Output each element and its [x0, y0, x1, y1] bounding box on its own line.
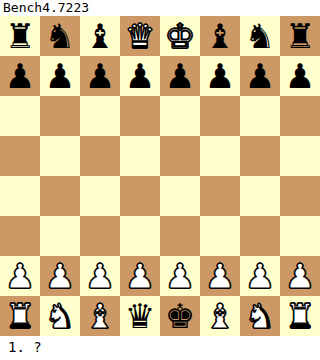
square-h8[interactable]: ♜ — [280, 16, 320, 56]
square-h3[interactable] — [280, 216, 320, 256]
square-b7[interactable]: ♟ — [40, 56, 80, 96]
square-d2[interactable]: ♟ — [120, 256, 160, 296]
piece-black-knight: ♞ — [40, 16, 80, 56]
piece-black-knight: ♞ — [240, 16, 280, 56]
piece-black-pawn: ♟ — [40, 56, 80, 96]
square-e1[interactable]: ♚ — [160, 296, 200, 336]
square-d7[interactable]: ♟ — [120, 56, 160, 96]
piece-white-knight: ♞ — [40, 296, 80, 336]
square-f4[interactable] — [200, 176, 240, 216]
square-c8[interactable]: ♝ — [80, 16, 120, 56]
square-e2[interactable]: ♟ — [160, 256, 200, 296]
square-d6[interactable] — [120, 96, 160, 136]
piece-black-bishop: ♝ — [80, 16, 120, 56]
square-f5[interactable] — [200, 136, 240, 176]
square-f3[interactable] — [200, 216, 240, 256]
square-c5[interactable] — [80, 136, 120, 176]
square-a6[interactable] — [0, 96, 40, 136]
square-d1[interactable]: ♛ — [120, 296, 160, 336]
piece-white-bishop: ♝ — [200, 296, 240, 336]
piece-white-rook: ♜ — [0, 296, 40, 336]
square-a2[interactable]: ♟ — [0, 256, 40, 296]
piece-black-rook: ♜ — [280, 16, 320, 56]
square-e6[interactable] — [160, 96, 200, 136]
square-h1[interactable]: ♜ — [280, 296, 320, 336]
square-g3[interactable] — [240, 216, 280, 256]
square-a1[interactable]: ♜ — [0, 296, 40, 336]
square-a8[interactable]: ♜ — [0, 16, 40, 56]
square-a4[interactable] — [0, 176, 40, 216]
piece-white-rook: ♜ — [280, 296, 320, 336]
square-g7[interactable]: ♟ — [240, 56, 280, 96]
chess-app-window: Bench4.7223 ♜♞♝♛♚♝♞♜♟♟♟♟♟♟♟♟♟♟♟♟♟♟♟♟♜♞♝♛… — [0, 0, 320, 360]
piece-black-king: ♚ — [160, 296, 200, 336]
square-c2[interactable]: ♟ — [80, 256, 120, 296]
piece-black-rook: ♜ — [0, 16, 40, 56]
square-e4[interactable] — [160, 176, 200, 216]
piece-black-pawn: ♟ — [240, 56, 280, 96]
piece-black-pawn: ♟ — [200, 56, 240, 96]
square-h4[interactable] — [280, 176, 320, 216]
square-d8[interactable]: ♛ — [120, 16, 160, 56]
square-b3[interactable] — [40, 216, 80, 256]
square-e3[interactable] — [160, 216, 200, 256]
piece-white-knight: ♞ — [240, 296, 280, 336]
piece-black-bishop: ♝ — [200, 16, 240, 56]
square-h2[interactable]: ♟ — [280, 256, 320, 296]
square-g6[interactable] — [240, 96, 280, 136]
square-d5[interactable] — [120, 136, 160, 176]
square-c7[interactable]: ♟ — [80, 56, 120, 96]
move-prompt: 1. ? — [0, 336, 320, 360]
square-a3[interactable] — [0, 216, 40, 256]
square-c4[interactable] — [80, 176, 120, 216]
piece-white-pawn: ♟ — [0, 256, 40, 296]
square-b6[interactable] — [40, 96, 80, 136]
piece-white-pawn: ♟ — [120, 256, 160, 296]
piece-black-pawn: ♟ — [0, 56, 40, 96]
window-title: Bench4.7223 — [0, 0, 320, 16]
square-b8[interactable]: ♞ — [40, 16, 80, 56]
piece-white-queen: ♛ — [120, 16, 160, 56]
square-f8[interactable]: ♝ — [200, 16, 240, 56]
piece-white-pawn: ♟ — [80, 256, 120, 296]
square-h7[interactable]: ♟ — [280, 56, 320, 96]
piece-black-queen: ♛ — [120, 296, 160, 336]
piece-white-pawn: ♟ — [280, 256, 320, 296]
piece-black-pawn: ♟ — [80, 56, 120, 96]
square-e7[interactable]: ♟ — [160, 56, 200, 96]
square-h5[interactable] — [280, 136, 320, 176]
square-e8[interactable]: ♚ — [160, 16, 200, 56]
square-c3[interactable] — [80, 216, 120, 256]
square-h6[interactable] — [280, 96, 320, 136]
square-g1[interactable]: ♞ — [240, 296, 280, 336]
square-d4[interactable] — [120, 176, 160, 216]
piece-white-pawn: ♟ — [200, 256, 240, 296]
chess-board: ♜♞♝♛♚♝♞♜♟♟♟♟♟♟♟♟♟♟♟♟♟♟♟♟♜♞♝♛♚♝♞♜ — [0, 16, 320, 336]
piece-black-pawn: ♟ — [280, 56, 320, 96]
square-f6[interactable] — [200, 96, 240, 136]
square-b4[interactable] — [40, 176, 80, 216]
square-b2[interactable]: ♟ — [40, 256, 80, 296]
square-c6[interactable] — [80, 96, 120, 136]
piece-black-pawn: ♟ — [120, 56, 160, 96]
piece-white-pawn: ♟ — [160, 256, 200, 296]
square-a7[interactable]: ♟ — [0, 56, 40, 96]
square-f7[interactable]: ♟ — [200, 56, 240, 96]
piece-white-pawn: ♟ — [240, 256, 280, 296]
square-f2[interactable]: ♟ — [200, 256, 240, 296]
square-b1[interactable]: ♞ — [40, 296, 80, 336]
square-g8[interactable]: ♞ — [240, 16, 280, 56]
piece-white-pawn: ♟ — [40, 256, 80, 296]
square-a5[interactable] — [0, 136, 40, 176]
piece-white-king: ♚ — [160, 16, 200, 56]
square-c1[interactable]: ♝ — [80, 296, 120, 336]
square-b5[interactable] — [40, 136, 80, 176]
square-g5[interactable] — [240, 136, 280, 176]
piece-white-bishop: ♝ — [80, 296, 120, 336]
square-e5[interactable] — [160, 136, 200, 176]
piece-black-pawn: ♟ — [160, 56, 200, 96]
square-f1[interactable]: ♝ — [200, 296, 240, 336]
square-d3[interactable] — [120, 216, 160, 256]
square-g4[interactable] — [240, 176, 280, 216]
square-g2[interactable]: ♟ — [240, 256, 280, 296]
